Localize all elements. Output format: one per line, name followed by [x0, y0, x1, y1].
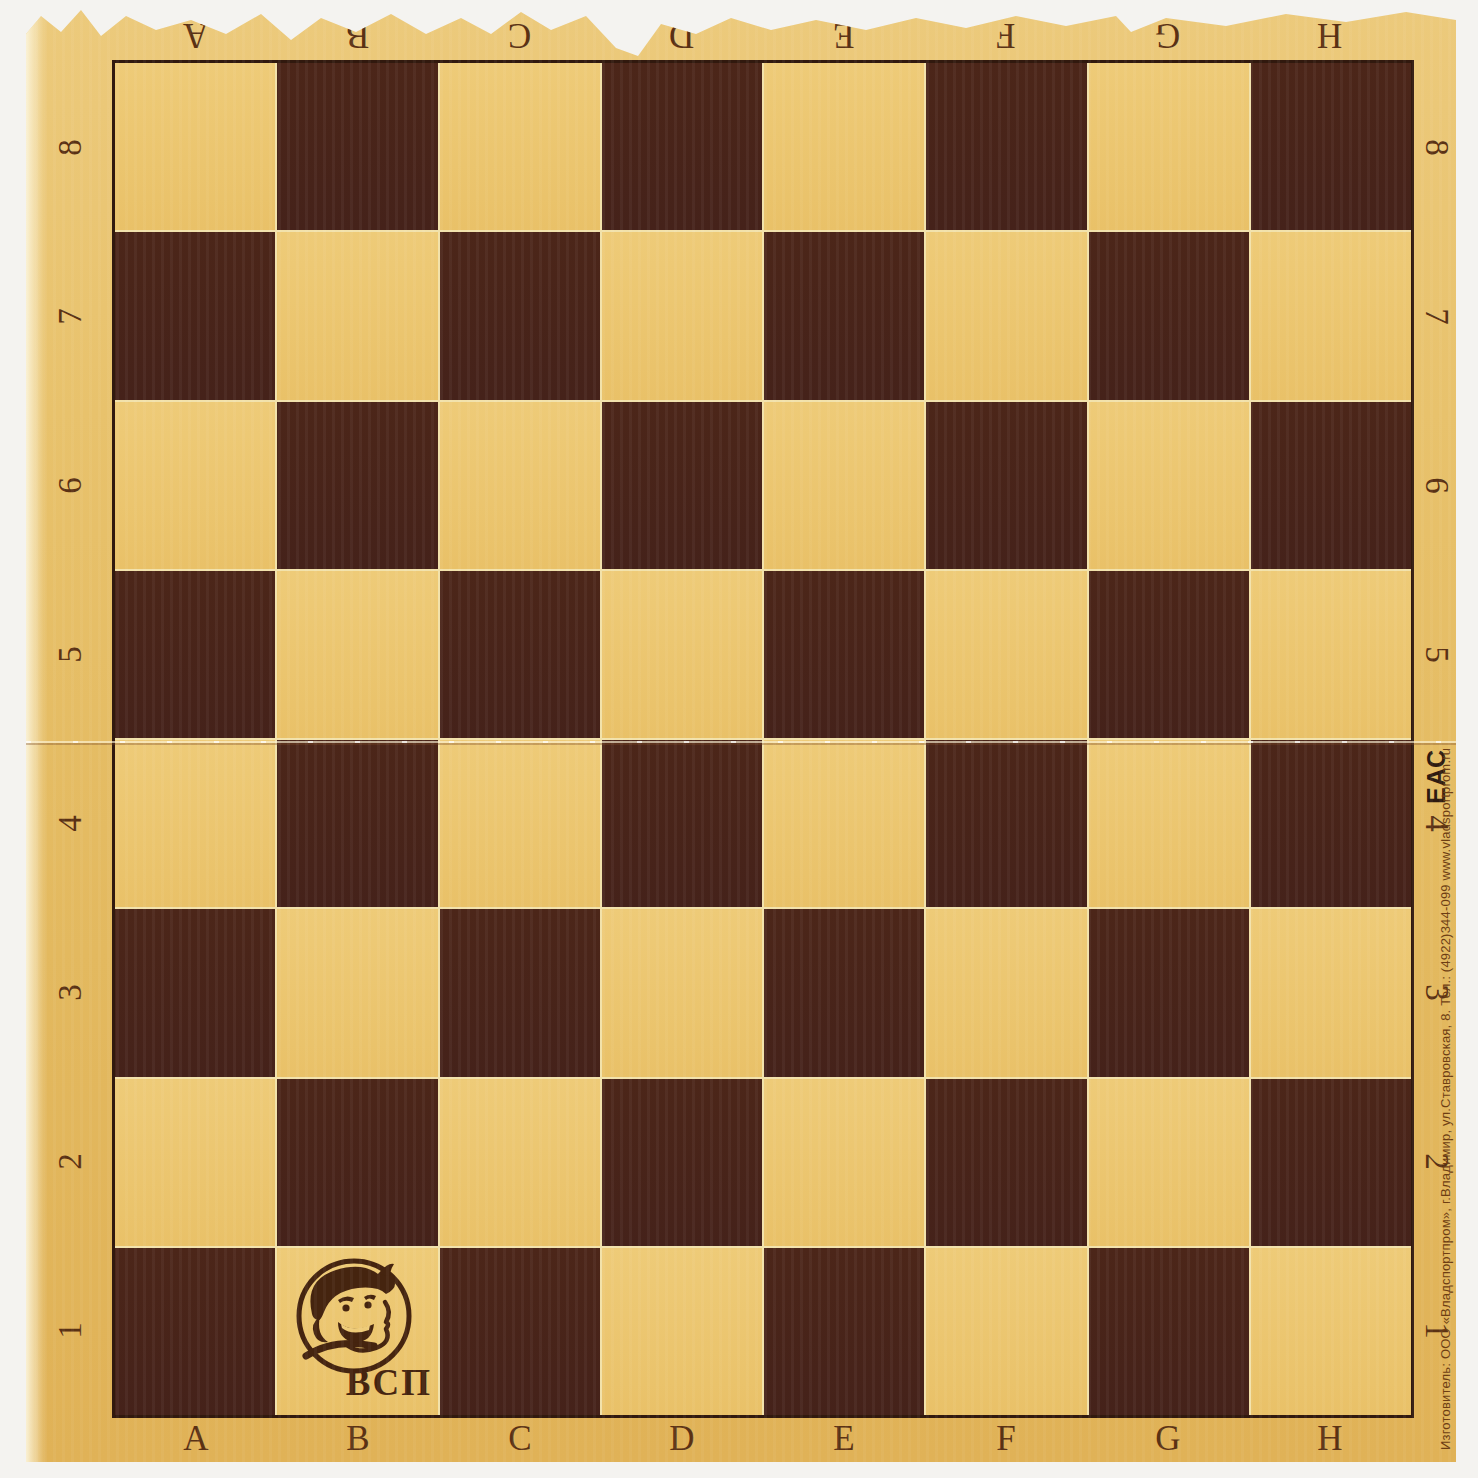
paper-left-edge [26, 4, 46, 1462]
file-label-top-d: D [601, 12, 763, 58]
coordinate-label: 5 [54, 646, 87, 663]
square-c3[interactable] [440, 909, 600, 1076]
square-c7[interactable] [440, 232, 600, 399]
square-f5[interactable] [926, 571, 1086, 738]
coordinate-label: 6 [1420, 477, 1453, 494]
square-a7[interactable] [115, 232, 275, 399]
square-f2[interactable] [926, 1079, 1086, 1246]
square-f3[interactable] [926, 909, 1086, 1076]
file-label-bottom-e: E [763, 1416, 925, 1460]
square-b8[interactable] [277, 63, 437, 230]
coordinate-label: D [669, 18, 694, 53]
square-h1[interactable] [1251, 1248, 1411, 1415]
square-h8[interactable] [1251, 63, 1411, 230]
square-b7[interactable] [277, 232, 437, 399]
coordinate-label: G [1155, 1421, 1180, 1456]
file-label-top-b: B [277, 12, 439, 58]
square-e3[interactable] [764, 909, 924, 1076]
coordinate-label: 4 [54, 815, 87, 832]
rank-label-right-7: 7 [1416, 232, 1456, 401]
square-a6[interactable] [115, 402, 275, 569]
file-label-bottom-d: D [601, 1416, 763, 1460]
square-f8[interactable] [926, 63, 1086, 230]
file-label-top-g: G [1087, 12, 1249, 58]
vsp-logo-text: ВСП [346, 1361, 432, 1404]
file-label-bottom-g: G [1087, 1416, 1249, 1460]
manufacturer-text: Изготовитель: ООО «Владспортпром», г.Вла… [1438, 804, 1453, 1450]
square-g5[interactable] [1089, 571, 1249, 738]
square-c6[interactable] [440, 402, 600, 569]
square-a4[interactable] [115, 740, 275, 907]
square-d5[interactable] [602, 571, 762, 738]
coordinate-label: 3 [54, 984, 87, 1001]
file-label-bottom-f: F [925, 1416, 1087, 1460]
file-label-bottom-h: H [1249, 1416, 1411, 1460]
square-h4[interactable] [1251, 740, 1411, 907]
square-a2[interactable] [115, 1079, 275, 1246]
square-c2[interactable] [440, 1079, 600, 1246]
square-d4[interactable] [602, 740, 762, 907]
coordinate-label: G [1155, 18, 1180, 53]
square-g8[interactable] [1089, 63, 1249, 230]
file-label-bottom-b: B [277, 1416, 439, 1460]
file-labels-bottom: ABCDEFGH [115, 1416, 1411, 1460]
file-label-top-f: F [925, 12, 1087, 58]
square-f6[interactable] [926, 402, 1086, 569]
square-d6[interactable] [602, 402, 762, 569]
square-a1[interactable] [115, 1248, 275, 1415]
square-d3[interactable] [602, 909, 762, 1076]
coordinate-label: A [183, 18, 208, 53]
square-d8[interactable] [602, 63, 762, 230]
square-c5[interactable] [440, 571, 600, 738]
square-h3[interactable] [1251, 909, 1411, 1076]
file-label-bottom-c: C [439, 1416, 601, 1460]
coordinate-label: 7 [1420, 308, 1453, 325]
coordinate-label: 6 [54, 477, 87, 494]
square-g1[interactable] [1089, 1248, 1249, 1415]
rank-label-right-6: 6 [1416, 401, 1456, 570]
file-label-top-e: E [763, 12, 925, 58]
coordinate-label: A [183, 1421, 208, 1456]
file-label-bottom-a: A [115, 1416, 277, 1460]
square-e7[interactable] [764, 232, 924, 399]
square-a5[interactable] [115, 571, 275, 738]
square-h2[interactable] [1251, 1079, 1411, 1246]
square-a3[interactable] [115, 909, 275, 1076]
coordinate-label: C [508, 1421, 531, 1456]
square-g7[interactable] [1089, 232, 1249, 399]
coordinate-label: B [346, 18, 369, 53]
square-e4[interactable] [764, 740, 924, 907]
coordinate-label: D [669, 1421, 694, 1456]
fold-crease [26, 741, 1456, 745]
square-g3[interactable] [1089, 909, 1249, 1076]
coordinate-label: C [508, 18, 531, 53]
file-labels-top: ABCDEFGH [115, 12, 1411, 58]
square-b6[interactable] [277, 402, 437, 569]
rank-label-right-5: 5 [1416, 570, 1456, 739]
square-c1[interactable] [440, 1248, 600, 1415]
coordinate-label: H [1317, 1421, 1342, 1456]
file-label-top-a: A [115, 12, 277, 58]
square-d2[interactable] [602, 1079, 762, 1246]
square-f4[interactable] [926, 740, 1086, 907]
square-g4[interactable] [1089, 740, 1249, 907]
square-e1[interactable] [764, 1248, 924, 1415]
square-f1[interactable] [926, 1248, 1086, 1415]
square-e8[interactable] [764, 63, 924, 230]
square-b4[interactable] [277, 740, 437, 907]
square-h6[interactable] [1251, 402, 1411, 569]
square-f7[interactable] [926, 232, 1086, 399]
square-e6[interactable] [764, 402, 924, 569]
coordinate-label: 2 [54, 1153, 87, 1170]
square-g6[interactable] [1089, 402, 1249, 569]
chessboard-mat: ABCDEFGH ABCDEFGH 87654321 87654321 [26, 4, 1456, 1462]
square-b5[interactable] [277, 571, 437, 738]
square-b3[interactable] [277, 909, 437, 1076]
square-a8[interactable] [115, 63, 275, 230]
square-e2[interactable] [764, 1079, 924, 1246]
file-label-top-h: H [1249, 12, 1411, 58]
coordinate-label: E [833, 1421, 854, 1456]
coordinate-label: H [1317, 18, 1342, 53]
coordinate-label: 8 [54, 139, 87, 156]
coordinate-label: 7 [54, 308, 87, 325]
square-g2[interactable] [1089, 1079, 1249, 1246]
square-c4[interactable] [440, 740, 600, 907]
file-label-top-c: C [439, 12, 601, 58]
coordinate-label: F [996, 18, 1015, 53]
coordinate-label: F [996, 1421, 1015, 1456]
coordinate-label: 1 [54, 1322, 87, 1339]
square-h7[interactable] [1251, 232, 1411, 399]
coordinate-label: 8 [1420, 139, 1453, 156]
square-e5[interactable] [764, 571, 924, 738]
square-h5[interactable] [1251, 571, 1411, 738]
vsp-logo: ВСП [282, 1250, 438, 1410]
coordinate-label: 5 [1420, 646, 1453, 663]
chess-board [112, 60, 1414, 1418]
square-d1[interactable] [602, 1248, 762, 1415]
square-b2[interactable] [277, 1079, 437, 1246]
square-d7[interactable] [602, 232, 762, 399]
rank-label-right-8: 8 [1416, 63, 1456, 232]
coordinate-label: B [346, 1421, 369, 1456]
coordinate-label: E [833, 18, 854, 53]
square-c8[interactable] [440, 63, 600, 230]
